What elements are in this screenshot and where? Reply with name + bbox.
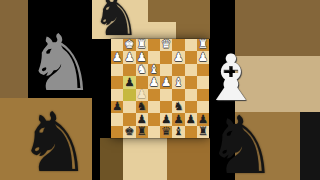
square-d4[interactable]: ♟: [160, 76, 172, 88]
square-b3[interactable]: [185, 64, 197, 76]
square-a4[interactable]: [197, 76, 209, 88]
square-g4[interactable]: ♟: [123, 76, 135, 88]
white-pawn: ♟: [198, 52, 208, 64]
white-pawn: ♟: [173, 52, 183, 64]
square-e1[interactable]: [148, 39, 160, 51]
white-knight: ♞: [136, 64, 146, 76]
square-d5[interactable]: [160, 89, 172, 101]
square-b1[interactable]: [185, 39, 197, 51]
square-g2[interactable]: ♟: [123, 51, 135, 63]
backdrop-knight-icon: ♞: [26, 24, 96, 102]
square-e7[interactable]: [148, 113, 160, 125]
white-pawn: ♟: [112, 52, 122, 64]
black-rook: ♜: [198, 126, 208, 138]
square-e8[interactable]: [148, 126, 160, 138]
square-b2[interactable]: [185, 51, 197, 63]
backdrop-square-right-top: [235, 0, 320, 56]
black-queen: ♛: [161, 126, 171, 138]
square-g6[interactable]: [123, 101, 135, 113]
square-b5[interactable]: [185, 89, 197, 101]
square-c4[interactable]: ♝: [172, 76, 184, 88]
black-rook: ♜: [136, 126, 146, 138]
black-bishop: ♝: [173, 126, 183, 138]
square-h4[interactable]: [111, 76, 123, 88]
black-king: ♚: [124, 126, 134, 138]
backdrop-band-top-dark-1: [148, 0, 210, 22]
square-c8[interactable]: ♝: [172, 126, 184, 138]
black-pawn: ♟: [112, 101, 122, 113]
backdrop-square-right-bottom: [235, 112, 300, 180]
square-h7[interactable]: [111, 113, 123, 125]
square-d8[interactable]: ♛: [160, 126, 172, 138]
square-b8[interactable]: [185, 126, 197, 138]
square-a5[interactable]: [197, 89, 209, 101]
white-bishop: ♝: [173, 77, 183, 89]
short-video-frame: { "game": "chess", "frame": { "width": 3…: [0, 0, 320, 180]
square-a2[interactable]: ♟: [197, 51, 209, 63]
square-e4[interactable]: ♟: [148, 76, 160, 88]
black-pawn: ♟: [185, 114, 195, 126]
backdrop-square-right-dark: [300, 112, 320, 180]
square-h2[interactable]: ♟: [111, 51, 123, 63]
backdrop-band-bottom-dark-1: [167, 138, 210, 180]
square-g5[interactable]: [123, 89, 135, 101]
square-h8[interactable]: [111, 126, 123, 138]
backdrop-square-left-top: [0, 0, 28, 100]
chess-board: ♚♜♛♜♟♟♟♟♟♞♝♟♟♟♝♟♟♞♞♟♟♟♟♟♚♜♛♝♜: [111, 39, 209, 138]
square-d1[interactable]: ♛: [160, 39, 172, 51]
square-e5[interactable]: [148, 89, 160, 101]
backdrop-square-right-mid: [235, 56, 320, 112]
white-queen: ♛: [161, 39, 171, 51]
square-a3[interactable]: [197, 64, 209, 76]
white-bishop: ♝: [149, 64, 159, 76]
square-h3[interactable]: [111, 64, 123, 76]
white-pawn: ♟: [161, 77, 171, 89]
square-c2[interactable]: ♟: [172, 51, 184, 63]
square-e6[interactable]: [148, 101, 160, 113]
backdrop-square-left-bottom: [0, 98, 92, 180]
black-pawn: ♟: [124, 77, 134, 89]
square-f8[interactable]: ♜: [136, 126, 148, 138]
square-a8[interactable]: ♜: [197, 126, 209, 138]
square-d2[interactable]: [160, 51, 172, 63]
square-g8[interactable]: ♚: [123, 126, 135, 138]
square-h6[interactable]: ♟: [111, 101, 123, 113]
square-f3[interactable]: ♞: [136, 64, 148, 76]
square-b4[interactable]: [185, 76, 197, 88]
backdrop-band-bottom-dark-2: [100, 138, 123, 180]
backdrop-band-top-dark-2: [176, 22, 210, 39]
white-pawn: ♟: [124, 52, 134, 64]
white-pawn: ♟: [149, 77, 159, 89]
square-b7[interactable]: ♟: [185, 113, 197, 125]
